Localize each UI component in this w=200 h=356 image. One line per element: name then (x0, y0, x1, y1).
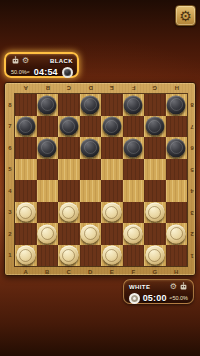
rank-label-1: 1 (5, 245, 15, 267)
black-piece[interactable] (145, 117, 164, 136)
rank-label-3: 3 (187, 202, 197, 224)
square-f3[interactable] (123, 202, 145, 224)
rank-label-7: 7 (5, 116, 15, 138)
white-timer: 05:00 (143, 293, 167, 303)
black-timer: 04:54 (34, 67, 58, 77)
files-bottom: ABCDEFGH (15, 266, 187, 277)
square-g4[interactable] (144, 180, 166, 202)
square-g3[interactable] (144, 202, 166, 224)
white-piece[interactable] (124, 224, 143, 243)
square-a7[interactable] (15, 116, 37, 138)
checkers-board: ABCDEFGH ABCDEFGH 87654321 87654321 (4, 82, 196, 276)
black-player-name: BLACK (50, 58, 73, 64)
white-piece[interactable] (145, 203, 164, 222)
square-h2[interactable] (166, 223, 188, 245)
square-g8[interactable] (144, 94, 166, 116)
white-piece[interactable] (145, 246, 164, 265)
white-piece[interactable] (81, 224, 100, 243)
square-g5[interactable] (144, 159, 166, 181)
rank-label-8: 8 (187, 94, 197, 116)
square-h8[interactable] (166, 94, 188, 116)
black-piece[interactable] (167, 138, 186, 157)
black-piece[interactable] (38, 95, 57, 114)
file-label-d: D (80, 83, 102, 94)
square-c3[interactable] (58, 202, 80, 224)
file-label-b: B (37, 266, 59, 277)
rank-label-5: 5 (5, 159, 15, 181)
rank-label-4: 4 (187, 180, 197, 202)
white-piece[interactable] (16, 246, 35, 265)
square-a1[interactable] (15, 245, 37, 267)
file-label-c: C (58, 83, 80, 94)
file-label-d: D (80, 266, 102, 277)
white-win-rate: ≈50.0% (169, 295, 188, 301)
square-d3[interactable] (80, 202, 102, 224)
rank-label-2: 2 (187, 223, 197, 245)
square-d2[interactable] (80, 223, 102, 245)
square-d8[interactable] (80, 94, 102, 116)
white-piece-icon (129, 293, 140, 304)
square-g7[interactable] (144, 116, 166, 138)
square-e4[interactable] (101, 180, 123, 202)
files-top: ABCDEFGH (15, 83, 187, 94)
square-e3[interactable] (101, 202, 123, 224)
rank-label-6: 6 (187, 137, 197, 159)
square-e7[interactable] (101, 116, 123, 138)
square-h6[interactable] (166, 137, 188, 159)
square-a8[interactable] (15, 94, 37, 116)
gear-icon: ⚙ (179, 9, 192, 23)
square-f8[interactable] (123, 94, 145, 116)
square-g1[interactable] (144, 245, 166, 267)
square-h4[interactable] (166, 180, 188, 202)
square-c5[interactable] (58, 159, 80, 181)
square-a2[interactable] (15, 223, 37, 245)
cpu-gear-icon: ⚙ (22, 57, 29, 65)
square-e5[interactable] (101, 159, 123, 181)
square-d6[interactable] (80, 137, 102, 159)
square-d7[interactable] (80, 116, 102, 138)
file-label-a: A (15, 266, 37, 277)
square-b4[interactable] (37, 180, 59, 202)
file-label-g: G (144, 266, 166, 277)
file-label-a: A (15, 83, 37, 94)
ranks-left: 87654321 (5, 94, 15, 266)
rank-label-8: 8 (5, 94, 15, 116)
square-a4[interactable] (15, 180, 37, 202)
square-d4[interactable] (80, 180, 102, 202)
square-c8[interactable] (58, 94, 80, 116)
settings-gear-button[interactable]: ⚙ (175, 5, 196, 26)
square-e2[interactable] (101, 223, 123, 245)
square-f5[interactable] (123, 159, 145, 181)
square-c4[interactable] (58, 180, 80, 202)
square-a3[interactable] (15, 202, 37, 224)
file-label-h: H (166, 266, 188, 277)
square-e1[interactable] (101, 245, 123, 267)
square-c7[interactable] (58, 116, 80, 138)
square-f2[interactable] (123, 223, 145, 245)
square-f6[interactable] (123, 137, 145, 159)
white-piece[interactable] (102, 203, 121, 222)
rank-label-3: 3 (5, 202, 15, 224)
robot-icon (11, 56, 20, 65)
square-b5[interactable] (37, 159, 59, 181)
black-piece[interactable] (124, 95, 143, 114)
rank-label-6: 6 (5, 137, 15, 159)
rank-label-4: 4 (5, 180, 15, 202)
play-area (15, 94, 187, 266)
white-player-panel: WHITE ⚙ 05:00 ≈50.0% (123, 279, 194, 304)
black-piece-icon (62, 67, 73, 78)
square-e8[interactable] (101, 94, 123, 116)
square-c6[interactable] (58, 137, 80, 159)
rank-label-5: 5 (187, 159, 197, 181)
rank-label-2: 2 (5, 223, 15, 245)
square-h3[interactable] (166, 202, 188, 224)
square-h7[interactable] (166, 116, 188, 138)
square-f4[interactable] (123, 180, 145, 202)
ranks-right: 87654321 (187, 94, 197, 266)
black-piece[interactable] (167, 95, 186, 114)
black-piece[interactable] (124, 138, 143, 157)
square-b6[interactable] (37, 137, 59, 159)
square-f7[interactable] (123, 116, 145, 138)
file-label-g: G (144, 83, 166, 94)
square-a6[interactable] (15, 137, 37, 159)
black-player-panel: ⚙ BLACK 50.0%≈ 04:54 (4, 52, 79, 78)
rank-label-7: 7 (187, 116, 197, 138)
file-label-e: E (101, 83, 123, 94)
square-b3[interactable] (37, 202, 59, 224)
robot-icon (179, 282, 188, 291)
black-piece[interactable] (16, 117, 35, 136)
black-piece[interactable] (81, 138, 100, 157)
black-piece[interactable] (102, 117, 121, 136)
square-c2[interactable] (58, 223, 80, 245)
square-f1[interactable] (123, 245, 145, 267)
cpu-gear-icon: ⚙ (170, 283, 177, 291)
file-label-f: F (123, 83, 145, 94)
square-c1[interactable] (58, 245, 80, 267)
white-piece[interactable] (167, 224, 186, 243)
file-label-h: H (166, 83, 188, 94)
square-b1[interactable] (37, 245, 59, 267)
file-label-b: B (37, 83, 59, 94)
square-h5[interactable] (166, 159, 188, 181)
square-b2[interactable] (37, 223, 59, 245)
square-e6[interactable] (101, 137, 123, 159)
black-piece[interactable] (38, 138, 57, 157)
black-piece[interactable] (59, 117, 78, 136)
square-h1[interactable] (166, 245, 188, 267)
file-label-f: F (123, 266, 145, 277)
white-panel-icons: ⚙ (170, 282, 188, 291)
white-piece[interactable] (59, 246, 78, 265)
file-label-e: E (101, 266, 123, 277)
white-piece[interactable] (16, 203, 35, 222)
white-piece[interactable] (59, 203, 78, 222)
square-b7[interactable] (37, 116, 59, 138)
white-piece[interactable] (102, 246, 121, 265)
rank-label-1: 1 (187, 245, 197, 267)
black-win-rate: 50.0%≈ (11, 69, 30, 75)
square-d5[interactable] (80, 159, 102, 181)
square-a5[interactable] (15, 159, 37, 181)
square-g2[interactable] (144, 223, 166, 245)
square-g6[interactable] (144, 137, 166, 159)
square-d1[interactable] (80, 245, 102, 267)
black-panel-icons: ⚙ (11, 56, 29, 65)
checkers-app: ⚙ ⚙ BLACK 50.0%≈ 04:54 ABCDEFGH (0, 0, 200, 356)
file-label-c: C (58, 266, 80, 277)
square-b8[interactable] (37, 94, 59, 116)
black-piece[interactable] (81, 95, 100, 114)
white-piece[interactable] (38, 224, 57, 243)
white-player-name: WHITE (129, 284, 150, 290)
